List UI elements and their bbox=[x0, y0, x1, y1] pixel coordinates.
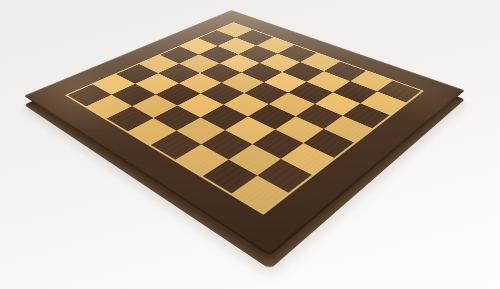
board-scene bbox=[0, 0, 500, 289]
chessboard bbox=[24, 10, 465, 256]
photo-background bbox=[0, 0, 500, 289]
